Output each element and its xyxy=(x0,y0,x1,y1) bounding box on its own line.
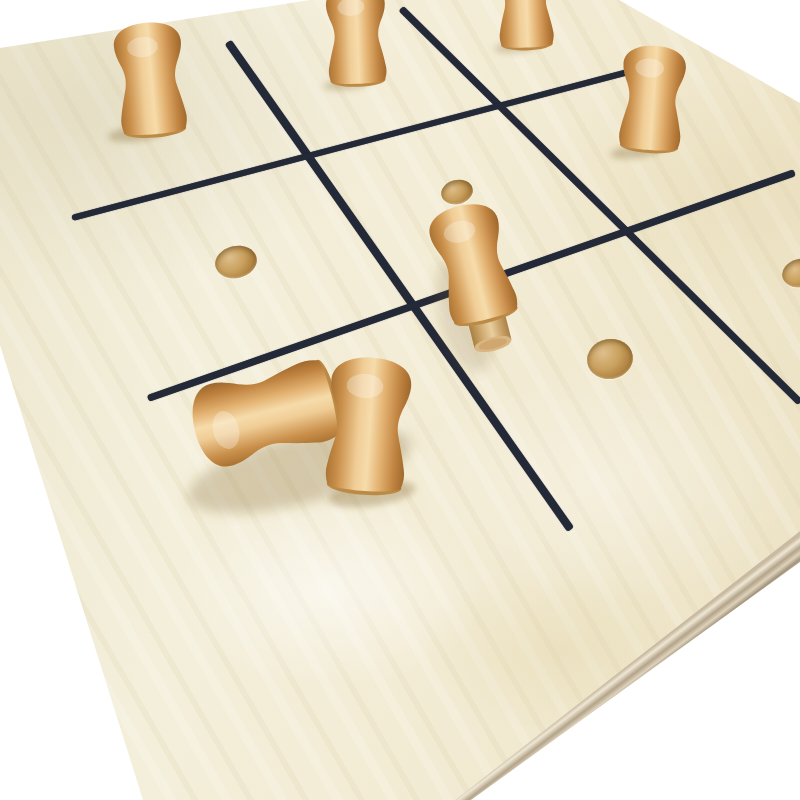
peg-top-middle[interactable] xyxy=(325,0,387,88)
peg-top-right[interactable] xyxy=(496,0,554,51)
peg-middle-right[interactable] xyxy=(617,44,687,156)
peg-top-middle-body xyxy=(325,0,387,88)
pegs-group xyxy=(112,0,687,498)
peg-top-right-body xyxy=(496,0,554,51)
peg-middle-right-body xyxy=(617,44,687,156)
peg-top-left[interactable] xyxy=(112,20,189,141)
board-side-edge xyxy=(455,531,800,800)
pegs-layer xyxy=(0,0,800,800)
product-photo-stage xyxy=(0,0,800,800)
peg-top-left-body xyxy=(112,20,189,141)
